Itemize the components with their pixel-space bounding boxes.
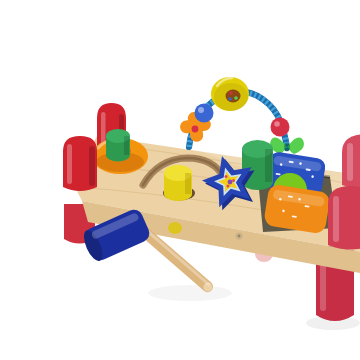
front-plug-dot — [238, 235, 241, 238]
ball-bead-red — [271, 118, 290, 137]
green-peg-in-ring — [106, 129, 130, 162]
disc-bead-yellow — [211, 77, 249, 111]
red-peg-far-left — [63, 136, 97, 191]
shadow-hammer — [148, 285, 232, 301]
yellow-peg — [164, 165, 192, 201]
toy-scene — [40, 16, 360, 360]
ball-bead-blue — [195, 104, 214, 123]
green-peg-center — [242, 140, 273, 190]
toy-photo — [40, 16, 360, 360]
red-peg-front-right — [328, 186, 360, 250]
red-peg-back-right — [342, 134, 360, 190]
yellow-peg-underside — [168, 222, 182, 234]
